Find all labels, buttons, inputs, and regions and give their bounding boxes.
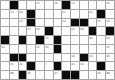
black-cell [80, 54, 89, 63]
grid-cell[interactable]: • [45, 62, 54, 71]
black-cell [54, 45, 63, 54]
grid-cell[interactable]: 46 [27, 71, 36, 80]
black-cell [19, 36, 28, 45]
clue-number-green: • [45, 62, 47, 65]
black-cell [54, 36, 63, 45]
grid-cell[interactable] [36, 62, 45, 71]
grid-cell[interactable]: 36 [45, 45, 54, 54]
grid-cell[interactable] [62, 54, 71, 63]
grid-cell[interactable] [10, 27, 19, 36]
clue-number: 42 [19, 62, 23, 65]
grid-cell[interactable] [80, 36, 89, 45]
grid-cell[interactable] [19, 1, 28, 10]
grid-cell[interactable] [97, 1, 106, 10]
black-cell [27, 10, 36, 19]
clue-number: 34 [1, 45, 5, 48]
clue-number: 28 [36, 27, 40, 30]
clue-number: 18 [106, 1, 110, 4]
clue-number: 27 [27, 27, 31, 30]
grid-cell[interactable] [45, 19, 54, 28]
grid-cell[interactable] [54, 54, 63, 63]
grid-cell[interactable]: 34 [1, 45, 10, 54]
grid-cell[interactable] [45, 10, 54, 19]
grid-cell[interactable] [71, 10, 80, 19]
grid-cell[interactable]: 20 [19, 10, 28, 19]
clue-number: 22 [89, 10, 93, 13]
grid-cell[interactable] [1, 19, 10, 28]
black-cell [71, 71, 80, 80]
grid-cell[interactable] [106, 62, 115, 71]
grid-cell[interactable] [1, 71, 10, 80]
clue-number: 25 [97, 19, 101, 22]
black-cell [45, 27, 54, 36]
grid-cell[interactable]: 26 [106, 19, 115, 28]
clue-number: 38 [71, 54, 75, 57]
grid-cell[interactable]: 16 [54, 1, 63, 10]
grid-cell[interactable] [89, 62, 98, 71]
black-cell [97, 62, 106, 71]
black-cell [10, 54, 19, 63]
black-cell [80, 19, 89, 28]
grid-cell[interactable] [89, 45, 98, 54]
clue-number: 44 [80, 62, 84, 65]
grid-cell[interactable] [36, 10, 45, 19]
grid-cell[interactable] [54, 19, 63, 28]
grid-cell[interactable]: 45 [10, 71, 19, 80]
clue-number: 31 [45, 36, 49, 39]
clue-number: 20 [19, 10, 23, 13]
grid-cell[interactable] [89, 19, 98, 28]
grid-cell[interactable]: 41 [10, 62, 19, 71]
grid-cell[interactable]: 15 [36, 1, 45, 10]
clue-number-red: 45 [10, 71, 14, 74]
clue-number: 39 [89, 54, 93, 57]
clue-number: 21 [62, 10, 66, 13]
black-cell [89, 27, 98, 36]
clue-number: 47 [54, 71, 58, 74]
grid-cell[interactable] [27, 54, 36, 63]
black-cell [54, 62, 63, 71]
grid-cell[interactable] [27, 36, 36, 45]
grid-cell[interactable] [80, 71, 89, 80]
grid-cell[interactable] [97, 45, 106, 54]
grid-cell[interactable]: 48 [97, 71, 106, 80]
grid-cell[interactable] [10, 45, 19, 54]
black-cell [19, 71, 28, 80]
grid-cell[interactable] [54, 27, 63, 36]
grid-cell[interactable]: 42 [19, 62, 28, 71]
clue-number: 16 [54, 1, 58, 4]
clue-number: 36 [45, 45, 49, 48]
grid-cell[interactable] [45, 1, 54, 10]
grid-cell[interactable]: 27 [27, 27, 36, 36]
clue-number: 43 [71, 62, 75, 65]
grid-cell[interactable] [54, 10, 63, 19]
clue-number-green: 49 [106, 71, 110, 74]
grid-cell[interactable] [80, 10, 89, 19]
grid-cell[interactable] [97, 36, 106, 45]
grid-cell[interactable]: 49 [106, 71, 115, 80]
grid-cell[interactable]: 29 [71, 27, 80, 36]
grid-cell[interactable]: 47 [54, 71, 63, 80]
grid-cell[interactable] [36, 19, 45, 28]
black-cell [36, 36, 45, 45]
clue-number: 29 [71, 27, 75, 30]
clue-number: 33 [106, 36, 110, 39]
clue-number: 30 [80, 27, 84, 30]
clue-number: 17 [71, 1, 75, 4]
grid-cell[interactable]: 19 [10, 10, 19, 19]
black-cell [27, 19, 36, 28]
grid-cell[interactable]: 31 [45, 36, 54, 45]
grid-cell[interactable]: 35 [36, 45, 45, 54]
clue-number: 40 [106, 54, 110, 57]
crossword-board: 1516171819202122232425262728293031323334… [0, 0, 115, 80]
grid-cell[interactable] [10, 36, 19, 45]
black-cell [62, 71, 71, 80]
clue-number: 19 [10, 10, 14, 13]
grid-cell[interactable] [71, 36, 80, 45]
grid-cell[interactable]: 23 [19, 19, 28, 28]
grid-cell[interactable] [36, 54, 45, 63]
clue-number: 32 [89, 36, 93, 39]
grid-cell[interactable] [45, 71, 54, 80]
crossword-grid: 1516171819202122232425262728293031323334… [0, 0, 115, 80]
grid-cell[interactable] [1, 54, 10, 63]
grid-cell[interactable]: 28 [36, 27, 45, 36]
black-cell [27, 62, 36, 71]
black-cell [10, 1, 19, 10]
grid-cell[interactable]: 33 [106, 36, 115, 45]
grid-cell[interactable] [106, 10, 115, 19]
clue-number: 46 [27, 71, 31, 74]
clue-number: 35 [36, 45, 40, 48]
clue-number: 15 [36, 1, 40, 4]
clue-number: 41 [10, 62, 14, 65]
grid-cell[interactable]: 22 [89, 10, 98, 19]
grid-cell[interactable] [89, 71, 98, 80]
grid-cell[interactable] [62, 36, 71, 45]
grid-cell[interactable]: 24 [62, 19, 71, 28]
grid-cell[interactable]: 39 [89, 54, 98, 63]
clue-number: 26 [106, 19, 110, 22]
grid-cell[interactable] [1, 62, 10, 71]
grid-cell[interactable]: 18 [106, 1, 115, 10]
grid-cell[interactable] [19, 27, 28, 36]
grid-cell[interactable]: 40 [106, 54, 115, 63]
grid-cell[interactable]: 38 [71, 54, 80, 63]
grid-cell[interactable] [97, 54, 106, 63]
grid-cell[interactable] [27, 1, 36, 10]
grid-cell[interactable]: 25 [97, 19, 106, 28]
grid-cell[interactable]: 32 [89, 36, 98, 45]
grid-cell[interactable]: 44 [80, 62, 89, 71]
clue-number: 23 [19, 19, 23, 22]
grid-cell[interactable] [1, 10, 10, 19]
grid-cell[interactable] [1, 27, 10, 36]
grid-cell[interactable] [89, 1, 98, 10]
grid-cell[interactable] [45, 54, 54, 63]
clue-number: 37 [106, 45, 110, 48]
clue-number: 24 [62, 19, 66, 22]
black-cell [19, 54, 28, 63]
grid-cell[interactable] [19, 45, 28, 54]
black-cell [97, 10, 106, 19]
grid-cell[interactable] [27, 45, 36, 54]
grid-cell[interactable] [62, 27, 71, 36]
black-cell [106, 27, 115, 36]
grid-cell[interactable] [62, 62, 71, 71]
grid-cell[interactable] [97, 27, 106, 36]
grid-cell[interactable] [36, 71, 45, 80]
black-cell [62, 1, 71, 10]
black-cell [1, 36, 10, 45]
grid-cell[interactable]: 30 [80, 27, 89, 36]
grid-cell[interactable] [71, 45, 80, 54]
clue-number: 48 [97, 71, 101, 74]
grid-cell[interactable] [1, 1, 10, 10]
grid-cell[interactable]: 21 [62, 10, 71, 19]
black-cell [71, 19, 80, 28]
grid-cell[interactable] [10, 19, 19, 28]
grid-cell[interactable] [80, 1, 89, 10]
grid-cell[interactable]: 17 [71, 1, 80, 10]
grid-cell[interactable]: 37 [106, 45, 115, 54]
grid-cell[interactable] [80, 45, 89, 54]
grid-cell[interactable]: 43 [71, 62, 80, 71]
grid-cell[interactable] [62, 45, 71, 54]
